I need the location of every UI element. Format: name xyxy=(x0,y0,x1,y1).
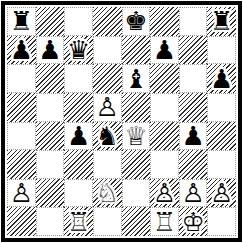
square-f3[interactable] xyxy=(150,150,179,179)
square-e6[interactable]: ♝ xyxy=(122,64,151,93)
square-d7[interactable] xyxy=(93,36,122,65)
piece-white-pawn: ♙ xyxy=(10,180,33,206)
square-c1[interactable]: ♖ xyxy=(64,207,93,236)
piece-white-pawn: ♙ xyxy=(96,94,119,120)
square-c8[interactable] xyxy=(64,7,93,36)
piece-black-rook: ♜ xyxy=(210,8,233,34)
square-f2[interactable]: ♙ xyxy=(150,179,179,208)
piece-black-king: ♚ xyxy=(124,8,147,34)
square-a4[interactable] xyxy=(7,122,36,151)
square-c7[interactable]: ♛ xyxy=(64,36,93,65)
square-h5[interactable] xyxy=(207,93,236,122)
square-a5[interactable] xyxy=(7,93,36,122)
square-a1[interactable] xyxy=(7,207,36,236)
square-h4[interactable] xyxy=(207,122,236,151)
square-a7[interactable]: ♟ xyxy=(7,36,36,65)
square-e8[interactable]: ♚ xyxy=(122,7,151,36)
piece-white-king: ♔ xyxy=(181,209,204,235)
piece-black-bishop: ♝ xyxy=(124,66,147,92)
square-f1[interactable]: ♖ xyxy=(150,207,179,236)
square-g1[interactable]: ♔ xyxy=(179,207,208,236)
square-e1[interactable] xyxy=(122,207,151,236)
square-b8[interactable] xyxy=(36,7,65,36)
square-d8[interactable] xyxy=(93,7,122,36)
square-e3[interactable] xyxy=(122,150,151,179)
square-c4[interactable]: ♟ xyxy=(64,122,93,151)
piece-black-pawn: ♟ xyxy=(210,66,233,92)
square-g8[interactable] xyxy=(179,7,208,36)
piece-black-pawn: ♟ xyxy=(153,37,176,63)
square-g2[interactable]: ♙ xyxy=(179,179,208,208)
square-a8[interactable]: ♜ xyxy=(7,7,36,36)
square-h2[interactable]: ♙ xyxy=(207,179,236,208)
piece-white-knight: ♘ xyxy=(96,180,119,206)
square-c6[interactable] xyxy=(64,64,93,93)
piece-black-pawn: ♟ xyxy=(10,37,33,63)
square-b1[interactable] xyxy=(36,207,65,236)
square-c2[interactable] xyxy=(64,179,93,208)
square-d6[interactable] xyxy=(93,64,122,93)
square-b7[interactable]: ♟ xyxy=(36,36,65,65)
chess-board: ♜♚♜♟♟♛♟♝♟♙♟♞♕♟♙♘♙♙♙♖♖♔ xyxy=(7,7,236,236)
square-f4[interactable] xyxy=(150,122,179,151)
piece-white-pawn: ♙ xyxy=(181,180,204,206)
piece-black-queen: ♛ xyxy=(67,37,90,63)
piece-black-pawn: ♟ xyxy=(181,123,204,149)
square-g4[interactable]: ♟ xyxy=(179,122,208,151)
square-b6[interactable] xyxy=(36,64,65,93)
board-frame: ♜♚♜♟♟♛♟♝♟♙♟♞♕♟♙♘♙♙♙♖♖♔ xyxy=(1,1,242,242)
square-g5[interactable] xyxy=(179,93,208,122)
square-f7[interactable]: ♟ xyxy=(150,36,179,65)
square-e5[interactable] xyxy=(122,93,151,122)
square-d5[interactable]: ♙ xyxy=(93,93,122,122)
piece-black-pawn: ♟ xyxy=(67,123,90,149)
square-f6[interactable] xyxy=(150,64,179,93)
piece-white-queen: ♕ xyxy=(124,123,147,149)
chess-diagram: ♜♚♜♟♟♛♟♝♟♙♟♞♕♟♙♘♙♙♙♖♖♔ xyxy=(0,0,243,243)
square-h1[interactable] xyxy=(207,207,236,236)
square-a6[interactable] xyxy=(7,64,36,93)
square-b3[interactable] xyxy=(36,150,65,179)
square-a3[interactable] xyxy=(7,150,36,179)
square-c5[interactable] xyxy=(64,93,93,122)
square-h3[interactable] xyxy=(207,150,236,179)
square-h8[interactable]: ♜ xyxy=(207,7,236,36)
square-d4[interactable]: ♞ xyxy=(93,122,122,151)
piece-black-rook: ♜ xyxy=(10,8,33,34)
square-f5[interactable] xyxy=(150,93,179,122)
square-c3[interactable] xyxy=(64,150,93,179)
square-e2[interactable] xyxy=(122,179,151,208)
square-g6[interactable] xyxy=(179,64,208,93)
square-g3[interactable] xyxy=(179,150,208,179)
square-d2[interactable]: ♘ xyxy=(93,179,122,208)
square-h7[interactable] xyxy=(207,36,236,65)
square-e4[interactable]: ♕ xyxy=(122,122,151,151)
piece-white-pawn: ♙ xyxy=(210,180,233,206)
square-g7[interactable] xyxy=(179,36,208,65)
piece-black-pawn: ♟ xyxy=(38,37,61,63)
square-b4[interactable] xyxy=(36,122,65,151)
square-f8[interactable] xyxy=(150,7,179,36)
piece-white-rook: ♖ xyxy=(67,209,90,235)
square-d1[interactable] xyxy=(93,207,122,236)
piece-white-rook: ♖ xyxy=(153,209,176,235)
piece-black-knight: ♞ xyxy=(96,123,119,149)
square-d3[interactable] xyxy=(93,150,122,179)
piece-white-pawn: ♙ xyxy=(153,180,176,206)
square-e7[interactable] xyxy=(122,36,151,65)
square-a2[interactable]: ♙ xyxy=(7,179,36,208)
square-b5[interactable] xyxy=(36,93,65,122)
square-h6[interactable]: ♟ xyxy=(207,64,236,93)
square-b2[interactable] xyxy=(36,179,65,208)
